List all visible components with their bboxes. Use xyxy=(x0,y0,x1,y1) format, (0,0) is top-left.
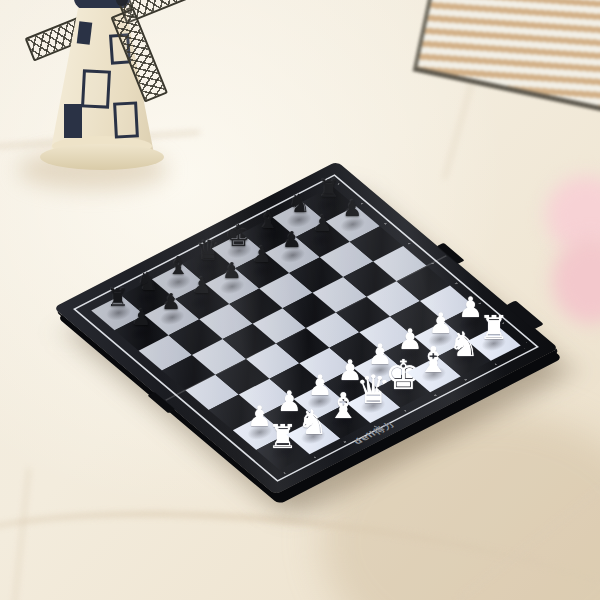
windmill-figurine xyxy=(18,0,198,186)
white-rook-h1: ♜ xyxy=(472,306,516,350)
windmill-window xyxy=(77,21,93,44)
windmill-base xyxy=(40,144,164,170)
black-pawn-h7: ♟ xyxy=(331,187,375,231)
photo-scene: { "game": "chess", "board": { "brand_tex… xyxy=(0,0,600,600)
windmill-window xyxy=(113,101,139,138)
windmill-window xyxy=(81,69,111,108)
windmill-window xyxy=(64,104,82,138)
